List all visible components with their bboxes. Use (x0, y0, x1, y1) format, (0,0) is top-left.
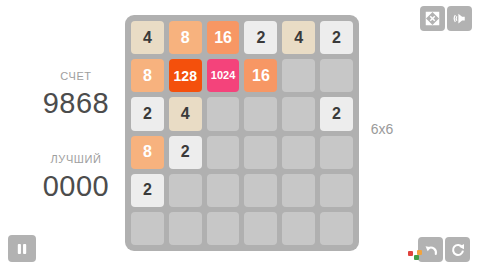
tile-2: 2 (244, 21, 277, 54)
empty-cell (207, 97, 240, 130)
speaker-icon (452, 11, 467, 26)
watermark-tile-green (414, 255, 419, 260)
tile-8: 8 (131, 136, 164, 169)
restart-icon (450, 242, 466, 258)
best-score-block: ЛУЧШИЙ 0000 (14, 153, 138, 203)
tile-2: 2 (320, 97, 353, 130)
empty-cell (169, 174, 202, 207)
tile-2: 2 (169, 136, 202, 169)
empty-cell (282, 174, 315, 207)
empty-cell (244, 212, 277, 245)
score-value: 9868 (14, 87, 138, 120)
tile-128: 128 (169, 59, 202, 92)
watermark-tile-orange (417, 250, 422, 255)
tile-16: 16 (207, 21, 240, 54)
empty-cell (244, 136, 277, 169)
watermark-tile-red (408, 251, 413, 256)
tile-8: 8 (131, 59, 164, 92)
fullscreen-icon (425, 11, 440, 26)
empty-cell (282, 97, 315, 130)
restart-button[interactable] (445, 237, 470, 262)
tile-8: 8 (169, 21, 202, 54)
tile-2: 2 (131, 97, 164, 130)
empty-cell (244, 97, 277, 130)
fullscreen-button[interactable] (420, 6, 445, 31)
tile-4: 4 (282, 21, 315, 54)
undo-icon (423, 242, 439, 258)
empty-cell (207, 174, 240, 207)
empty-cell (320, 174, 353, 207)
board-grid[interactable]: 48162428128102416242822 (125, 15, 359, 251)
pause-button[interactable] (8, 235, 36, 262)
empty-cell (207, 136, 240, 169)
empty-cell (320, 59, 353, 92)
tile-16: 16 (244, 59, 277, 92)
tile-2: 2 (131, 174, 164, 207)
empty-cell (244, 174, 277, 207)
tile-2: 2 (320, 21, 353, 54)
pause-icon (15, 242, 29, 256)
empty-cell (282, 59, 315, 92)
tile-4: 4 (169, 97, 202, 130)
empty-cell (320, 212, 353, 245)
score-block: СЧЕТ 9868 (14, 70, 138, 120)
score-label: СЧЕТ (14, 70, 138, 82)
empty-cell (169, 212, 202, 245)
empty-cell (282, 136, 315, 169)
game-screen: СЧЕТ 9868 ЛУЧШИЙ 0000 481624281281024162… (0, 0, 480, 270)
best-label: ЛУЧШИЙ (14, 153, 138, 165)
empty-cell (207, 212, 240, 245)
empty-cell (282, 212, 315, 245)
board-size-label: 6x6 (366, 121, 398, 137)
sound-button[interactable] (447, 6, 472, 31)
tile-4: 4 (131, 21, 164, 54)
empty-cell (320, 136, 353, 169)
best-value: 0000 (14, 170, 138, 203)
empty-cell (131, 212, 164, 245)
tile-1024: 1024 (207, 59, 240, 92)
